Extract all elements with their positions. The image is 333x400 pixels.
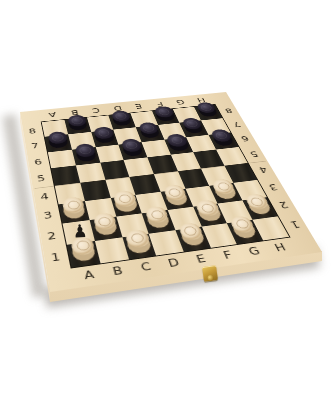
product-photo-stage: ABCDEFGH ABCDEFGH 87654321 87654321 ♟ [0,0,333,400]
rank-label-1: 1 [43,245,70,271]
pawn-icon: ♟ [71,221,89,241]
brass-latch [202,265,218,282]
rank-label-5: 5 [30,169,53,189]
